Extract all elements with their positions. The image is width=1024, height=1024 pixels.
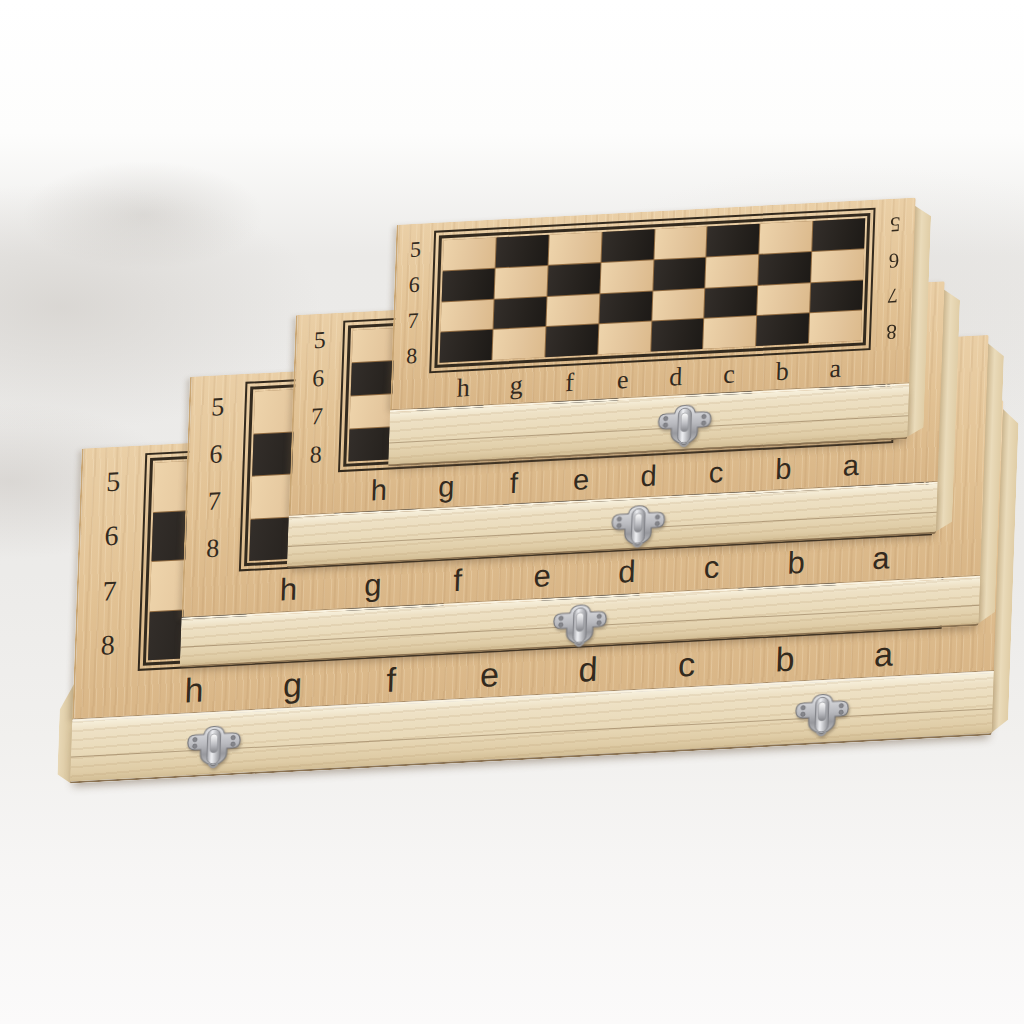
- lid-base-seam: [389, 415, 908, 443]
- file-label-b: b: [755, 353, 809, 390]
- file-label-text-b: b: [775, 452, 792, 486]
- rank-label-8: 8: [76, 616, 140, 674]
- square-h8: [440, 330, 493, 363]
- file-label-text-g: g: [438, 470, 455, 504]
- file-label-text-e: e: [533, 558, 551, 595]
- rank-label-text-7: 7: [407, 307, 419, 334]
- file-label-text-a: a: [829, 354, 842, 385]
- rank-label-rotated-text-6: 6: [888, 247, 899, 273]
- file-label-g: g: [489, 367, 543, 404]
- rank-label-7: 7: [78, 562, 142, 620]
- square-g6: [494, 266, 547, 299]
- rank-label-text-8: 8: [206, 534, 220, 565]
- rank-label-6: 6: [188, 429, 244, 479]
- chess-box-1-top-smallest: 56785678hgfedcba: [388, 198, 916, 467]
- file-label-g: g: [330, 562, 416, 609]
- file-label-text-c: c: [708, 455, 724, 489]
- file-label-h: h: [436, 370, 490, 407]
- rank-label-6: 6: [295, 359, 342, 399]
- file-label-text-g: g: [364, 567, 382, 604]
- file-label-text-b: b: [787, 545, 805, 582]
- square-d7: [652, 288, 705, 321]
- square-c5: [707, 224, 760, 257]
- rank-label-text-7: 7: [102, 574, 117, 607]
- file-label-h: h: [345, 468, 414, 512]
- square-a7: [810, 280, 863, 313]
- rank-label-8: 8: [292, 434, 339, 474]
- square-e8: [598, 322, 651, 355]
- board-top-surface: 56785678hgfedcba: [390, 198, 916, 411]
- board-frame: [429, 208, 875, 374]
- rank-label-text-5: 5: [106, 466, 121, 499]
- file-label-text-e: e: [479, 654, 499, 694]
- rank-label-7: 7: [394, 302, 431, 339]
- file-label-e: e: [440, 650, 540, 699]
- square-a5: [812, 218, 865, 251]
- square-e5: [601, 229, 654, 262]
- rank-label-text-6: 6: [312, 365, 325, 393]
- rank-label-rotated-7: 7: [872, 277, 913, 315]
- square-c6: [706, 255, 759, 288]
- file-label-text-d: d: [578, 649, 598, 689]
- file-label-text-h: h: [279, 571, 297, 608]
- file-label-text-h: h: [456, 373, 470, 404]
- square-e7: [599, 291, 652, 324]
- rank-label-text-6: 6: [408, 272, 420, 299]
- file-label-e: e: [596, 362, 650, 399]
- file-label-text-h: h: [184, 670, 204, 710]
- square-b7: [757, 283, 810, 316]
- latch-clasp-icon: [185, 719, 243, 774]
- file-label-e: e: [547, 458, 616, 502]
- rank-label-rotated-5: 5: [874, 206, 915, 244]
- file-label-f: f: [415, 558, 501, 605]
- square-e6: [600, 260, 653, 293]
- file-label-a: a: [834, 629, 934, 678]
- latch-clasp-icon: [609, 499, 667, 554]
- file-label-text-a: a: [872, 540, 890, 577]
- file-label-text-f: f: [386, 660, 397, 700]
- file-label-text-c: c: [723, 359, 736, 390]
- rank-label-text-8: 8: [100, 629, 115, 662]
- file-label-h: h: [144, 665, 244, 714]
- rank-label-text-8: 8: [309, 441, 322, 469]
- file-label-text-a: a: [873, 634, 893, 674]
- square-b6: [758, 252, 811, 285]
- rank-label-8: 8: [185, 524, 241, 574]
- square-d5: [654, 227, 707, 260]
- square-b5: [760, 221, 813, 254]
- square-h7: [441, 299, 494, 332]
- square-a8: [809, 311, 862, 344]
- rank-label-text-8: 8: [406, 343, 418, 370]
- file-label-c: c: [682, 451, 751, 495]
- rank-label-7: 7: [293, 396, 340, 436]
- file-label-text-b: b: [775, 356, 789, 387]
- file-label-h: h: [245, 567, 331, 614]
- checkerboard-ranks-5-8: [440, 218, 866, 362]
- rank-label-text-5: 5: [211, 392, 225, 423]
- latch-clasp-icon: [551, 598, 609, 653]
- latch-clasp-icon: [656, 398, 714, 453]
- file-label-text-f: f: [509, 466, 518, 500]
- square-g8: [492, 327, 545, 360]
- square-c7: [705, 285, 758, 318]
- square-f8: [545, 325, 598, 358]
- rank-label-5: 5: [296, 321, 343, 361]
- file-label-b: b: [753, 540, 839, 587]
- file-label-text-e: e: [573, 462, 590, 496]
- rank-label-7: 7: [187, 477, 243, 527]
- rank-label-5: 5: [397, 231, 434, 268]
- file-label-b: b: [749, 447, 818, 491]
- latch-clasp-icon: [793, 688, 851, 743]
- square-f6: [547, 263, 600, 296]
- square-h5: [443, 238, 496, 271]
- rank-label-text-5: 5: [410, 236, 422, 263]
- rank-label-rotated-text-5: 5: [889, 212, 900, 238]
- rank-label-5: 5: [190, 382, 246, 432]
- file-label-g: g: [412, 465, 481, 509]
- file-label-text-h: h: [370, 473, 387, 507]
- square-d8: [651, 319, 704, 352]
- file-label-d: d: [649, 359, 703, 396]
- file-label-text-e: e: [616, 365, 629, 396]
- file-label-text-c: c: [703, 549, 720, 586]
- rank-label-rotated-text-7: 7: [887, 283, 898, 309]
- file-label-c: c: [702, 356, 756, 393]
- rank-label-text-7: 7: [311, 403, 324, 431]
- rank-label-6: 6: [80, 508, 144, 566]
- file-label-a: a: [808, 351, 862, 388]
- rank-labels-left: 5678: [185, 382, 246, 574]
- file-label-a: a: [816, 443, 885, 487]
- file-label-text-d: d: [618, 554, 636, 591]
- square-a6: [811, 249, 864, 282]
- file-label-text-c: c: [677, 644, 695, 684]
- file-label-f: f: [542, 364, 596, 401]
- chess-box-stack-scene: 5678hgfedcba5678hgfedcba5678hgfedcba5678…: [15, 171, 1024, 885]
- board-frame-inner: [434, 213, 870, 368]
- rank-label-5: 5: [81, 453, 145, 511]
- file-label-b: b: [735, 634, 835, 683]
- file-label-text-d: d: [640, 459, 657, 493]
- file-label-g: g: [243, 660, 343, 709]
- file-label-f: f: [341, 655, 441, 704]
- file-label-e: e: [499, 553, 585, 600]
- rank-labels-left: 5678: [292, 321, 343, 475]
- square-f7: [546, 294, 599, 327]
- file-label-f: f: [479, 461, 548, 505]
- rank-label-rotated-8: 8: [871, 312, 912, 350]
- rank-label-text-7: 7: [207, 486, 221, 517]
- file-label-c: c: [669, 544, 755, 591]
- rank-labels-right-rotated: 5678: [871, 206, 916, 351]
- square-h6: [442, 268, 495, 301]
- rank-label-6: 6: [396, 266, 433, 303]
- square-g7: [493, 297, 546, 330]
- rank-labels-left: 5678: [393, 231, 434, 375]
- square-d6: [653, 257, 706, 290]
- file-label-text-f: f: [453, 563, 463, 600]
- file-label-text-a: a: [842, 448, 859, 482]
- file-label-text-g: g: [283, 665, 303, 705]
- rank-label-text-6: 6: [209, 439, 223, 470]
- file-label-d: d: [614, 454, 683, 498]
- file-label-text-f: f: [565, 368, 575, 399]
- rank-label-text-6: 6: [104, 520, 119, 553]
- rank-label-8: 8: [393, 338, 430, 375]
- file-label-text-g: g: [509, 370, 523, 401]
- rank-labels-left: 5678: [76, 453, 146, 674]
- product-photo: { "game": "chess", "scene_type": "four f…: [0, 0, 1024, 1024]
- file-label-text-b: b: [775, 639, 795, 679]
- rank-label-rotated-6: 6: [873, 241, 914, 279]
- square-g5: [496, 235, 549, 268]
- square-c8: [704, 316, 757, 349]
- rank-label-text-5: 5: [313, 327, 326, 355]
- file-label-text-d: d: [669, 362, 683, 393]
- file-label-a: a: [838, 536, 924, 583]
- square-f5: [548, 232, 601, 265]
- square-b8: [756, 314, 809, 347]
- rank-label-rotated-text-8: 8: [885, 318, 896, 344]
- file-label-d: d: [584, 549, 670, 596]
- file-label-c: c: [637, 640, 737, 689]
